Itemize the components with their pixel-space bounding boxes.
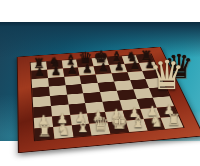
white-knight: ♞ [54, 121, 73, 137]
white-king: ♚ [110, 112, 129, 132]
screenshot: ♜♞♝♛♚♝♞♜♟♟♟♟♟♟♟♟♟♟♟♟♟♟♟♟♜♞♝♛♚♝♞♜ ♛♛ [0, 0, 200, 166]
square-f7: ♟ [109, 64, 127, 73]
chess-set-photo: ♜♞♝♛♚♝♞♜♟♟♟♟♟♟♟♟♟♟♟♟♟♟♟♟♜♞♝♛♚♝♞♜ ♛♛ [0, 22, 200, 141]
white-rook: ♜ [165, 112, 183, 127]
white-bishop: ♝ [129, 114, 148, 131]
square-b7: ♟ [47, 68, 64, 78]
white-bishop: ♝ [73, 119, 92, 136]
white-knight: ♞ [147, 113, 166, 128]
white-queen: ♛ [92, 115, 111, 134]
square-d7: ♟ [78, 66, 95, 75]
black-pawn: ♟ [111, 61, 127, 72]
square-d1: ♛ [90, 122, 111, 135]
black-pawn: ♟ [127, 60, 143, 71]
black-pawn: ♟ [80, 63, 96, 74]
square-c7: ♟ [63, 67, 80, 76]
black-pawn: ♟ [95, 62, 111, 73]
white-rook: ♜ [35, 123, 54, 139]
square-b1: ♞ [53, 126, 73, 139]
display-white-queen: ♛ [149, 55, 185, 95]
black-pawn: ♟ [64, 64, 80, 75]
square-e7: ♟ [94, 65, 112, 74]
square-c1: ♝ [71, 124, 92, 137]
square-a7: ♟ [31, 70, 48, 80]
black-pawn: ♟ [32, 66, 48, 78]
square-a1: ♜ [34, 127, 54, 140]
black-pawn: ♟ [48, 65, 64, 76]
square-e1: ♚ [108, 121, 129, 134]
square-f6 [111, 72, 130, 82]
